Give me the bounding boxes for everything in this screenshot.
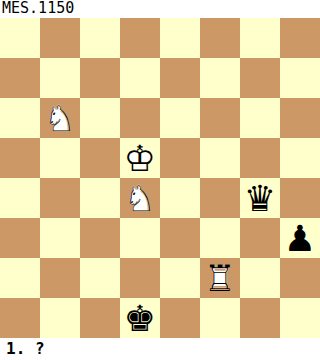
- square-f5[interactable]: [200, 138, 240, 178]
- square-f8[interactable]: [200, 18, 240, 58]
- square-c2[interactable]: [80, 258, 120, 298]
- white-knight[interactable]: ♞♘: [40, 98, 80, 138]
- square-g6[interactable]: [240, 98, 280, 138]
- square-b3[interactable]: [40, 218, 80, 258]
- square-h8[interactable]: [280, 18, 320, 58]
- white-knight-outline-glyph: ♘: [120, 178, 160, 218]
- square-a7[interactable]: [0, 58, 40, 98]
- square-a1[interactable]: [0, 298, 40, 338]
- square-a3[interactable]: [0, 218, 40, 258]
- square-b2[interactable]: [40, 258, 80, 298]
- square-h1[interactable]: [280, 298, 320, 338]
- square-h4[interactable]: [280, 178, 320, 218]
- square-f2[interactable]: ♜♖: [200, 258, 240, 298]
- square-a5[interactable]: [0, 138, 40, 178]
- black-queen[interactable]: ♛: [240, 178, 280, 218]
- chess-board: ♞♘♚♔♞♘♛♟♜♖♚: [0, 18, 320, 338]
- square-g7[interactable]: [240, 58, 280, 98]
- square-g4[interactable]: ♛: [240, 178, 280, 218]
- square-c6[interactable]: [80, 98, 120, 138]
- square-c7[interactable]: [80, 58, 120, 98]
- square-a6[interactable]: [0, 98, 40, 138]
- square-e2[interactable]: [160, 258, 200, 298]
- square-b8[interactable]: [40, 18, 80, 58]
- black-pawn[interactable]: ♟: [280, 218, 320, 258]
- square-a8[interactable]: [0, 18, 40, 58]
- puzzle-id-label: MES.1150: [0, 0, 320, 18]
- square-d5[interactable]: ♚♔: [120, 138, 160, 178]
- black-queen-glyph: ♛: [240, 178, 280, 218]
- square-b7[interactable]: [40, 58, 80, 98]
- square-c8[interactable]: [80, 18, 120, 58]
- square-b1[interactable]: [40, 298, 80, 338]
- square-e5[interactable]: [160, 138, 200, 178]
- square-h3[interactable]: ♟: [280, 218, 320, 258]
- square-a2[interactable]: [0, 258, 40, 298]
- square-f3[interactable]: [200, 218, 240, 258]
- square-d1[interactable]: ♚: [120, 298, 160, 338]
- white-rook[interactable]: ♜♖: [200, 258, 240, 298]
- square-h5[interactable]: [280, 138, 320, 178]
- square-b5[interactable]: [40, 138, 80, 178]
- square-d3[interactable]: [120, 218, 160, 258]
- white-king[interactable]: ♚♔: [120, 138, 160, 178]
- square-g1[interactable]: [240, 298, 280, 338]
- square-h2[interactable]: [280, 258, 320, 298]
- white-knight-outline-glyph: ♘: [40, 98, 80, 138]
- square-c1[interactable]: [80, 298, 120, 338]
- square-e1[interactable]: [160, 298, 200, 338]
- square-g2[interactable]: [240, 258, 280, 298]
- white-knight[interactable]: ♞♘: [120, 178, 160, 218]
- square-e6[interactable]: [160, 98, 200, 138]
- square-a4[interactable]: [0, 178, 40, 218]
- square-b6[interactable]: ♞♘: [40, 98, 80, 138]
- square-c4[interactable]: [80, 178, 120, 218]
- black-pawn-glyph: ♟: [280, 218, 320, 258]
- square-d2[interactable]: [120, 258, 160, 298]
- square-c3[interactable]: [80, 218, 120, 258]
- square-g5[interactable]: [240, 138, 280, 178]
- black-king[interactable]: ♚: [120, 298, 160, 338]
- square-f4[interactable]: [200, 178, 240, 218]
- square-g8[interactable]: [240, 18, 280, 58]
- square-e8[interactable]: [160, 18, 200, 58]
- square-c5[interactable]: [80, 138, 120, 178]
- white-rook-outline-glyph: ♖: [200, 258, 240, 298]
- square-f6[interactable]: [200, 98, 240, 138]
- square-b4[interactable]: [40, 178, 80, 218]
- square-f1[interactable]: [200, 298, 240, 338]
- square-h7[interactable]: [280, 58, 320, 98]
- white-king-outline-glyph: ♔: [120, 138, 160, 178]
- square-d4[interactable]: ♞♘: [120, 178, 160, 218]
- square-e3[interactable]: [160, 218, 200, 258]
- square-e4[interactable]: [160, 178, 200, 218]
- square-d7[interactable]: [120, 58, 160, 98]
- square-h6[interactable]: [280, 98, 320, 138]
- square-d6[interactable]: [120, 98, 160, 138]
- square-f7[interactable]: [200, 58, 240, 98]
- square-d8[interactable]: [120, 18, 160, 58]
- square-e7[interactable]: [160, 58, 200, 98]
- square-g3[interactable]: [240, 218, 280, 258]
- move-prompt-label: 1. ?: [0, 338, 320, 360]
- black-king-glyph: ♚: [120, 298, 160, 338]
